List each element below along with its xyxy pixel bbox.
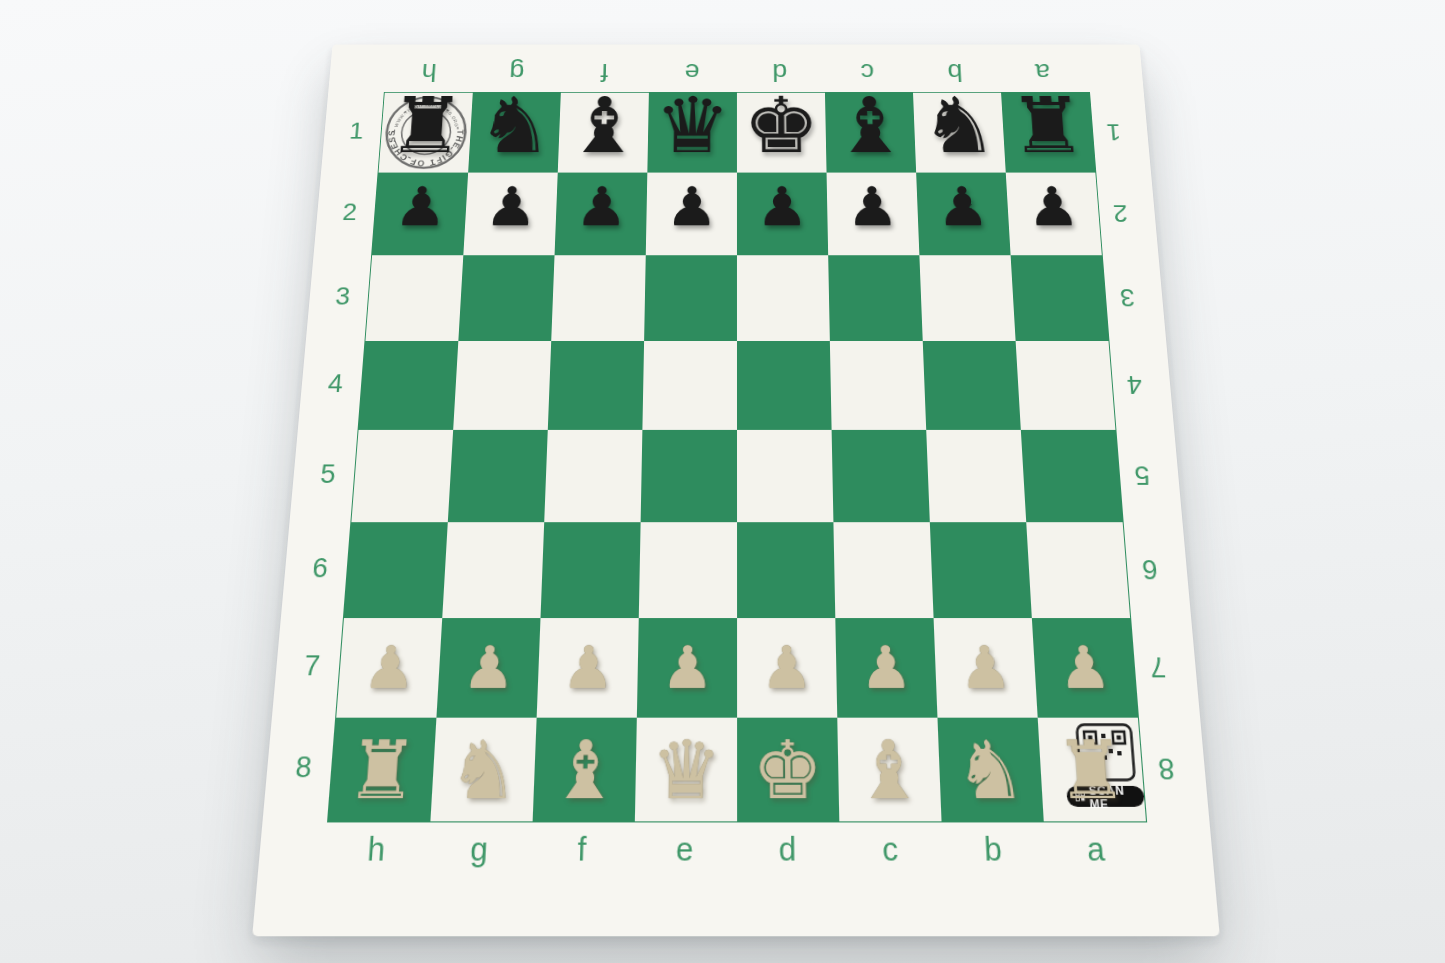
square-c6[interactable] xyxy=(833,522,933,618)
square-c3[interactable] xyxy=(828,255,923,341)
piece-white-pawn[interactable]: ♟ xyxy=(461,638,516,697)
square-e2[interactable]: ♟ xyxy=(646,173,737,256)
rank-label-left-6: 6 xyxy=(293,521,346,617)
file-label-bottom-g: g xyxy=(426,827,531,872)
file-label-bottom-d: d xyxy=(736,827,839,872)
piece-black-pawn[interactable]: ♟ xyxy=(393,180,449,234)
square-f5[interactable] xyxy=(544,430,642,522)
rank-label-right-6: 6 xyxy=(1124,521,1177,617)
square-c8[interactable]: ♝ xyxy=(837,718,941,822)
piece-white-queen[interactable]: ♛ xyxy=(650,729,721,810)
rank-label-right-3: 3 xyxy=(1103,254,1153,340)
square-g1[interactable]: ♞ xyxy=(468,93,561,173)
file-label-bottom-a: a xyxy=(1043,827,1149,872)
square-c2[interactable]: ♟ xyxy=(827,173,920,256)
square-g8[interactable]: ♞ xyxy=(430,718,536,822)
square-b7[interactable]: ♟ xyxy=(934,618,1038,718)
file-label-bottom-b: b xyxy=(941,827,1046,872)
square-h4[interactable] xyxy=(359,341,459,430)
chess-mat: ♜♞♝♛♚♝♞♜♟♟♟♟♟♟♟♟♟♟♟♟♟♟♟♟♜♞♝♛♚♝♞♜ THE GIF… xyxy=(252,45,1220,937)
piece-black-knight[interactable]: ♞ xyxy=(474,87,555,164)
piece-white-pawn[interactable]: ♟ xyxy=(661,638,714,697)
square-f3[interactable] xyxy=(551,255,646,341)
square-h1[interactable]: ♜ xyxy=(379,93,473,173)
square-d3[interactable] xyxy=(737,255,830,341)
square-c4[interactable] xyxy=(830,341,926,430)
rank-label-right-5: 5 xyxy=(1116,429,1168,521)
square-e8[interactable]: ♛ xyxy=(635,718,737,822)
piece-black-rook[interactable]: ♜ xyxy=(385,87,467,164)
square-g3[interactable] xyxy=(458,255,554,341)
piece-white-pawn[interactable]: ♟ xyxy=(958,638,1013,697)
square-h3[interactable] xyxy=(365,255,463,341)
piece-black-rook[interactable]: ♜ xyxy=(1007,87,1089,164)
square-b5[interactable] xyxy=(926,430,1026,522)
rank-label-right-1: 1 xyxy=(1090,92,1138,172)
square-d1[interactable]: ♚ xyxy=(737,93,827,173)
rank-label-right-4: 4 xyxy=(1109,340,1160,429)
square-c5[interactable] xyxy=(832,430,930,522)
rank-label-left-8: 8 xyxy=(276,717,331,821)
file-label-bottom-e: e xyxy=(633,827,736,872)
board-field: ♜♞♝♛♚♝♞♜♟♟♟♟♟♟♟♟♟♟♟♟♟♟♟♟♜♞♝♛♚♝♞♜ THE GIF… xyxy=(327,92,1147,823)
square-e7[interactable]: ♟ xyxy=(637,618,737,718)
square-f1[interactable]: ♝ xyxy=(558,93,649,173)
square-g5[interactable] xyxy=(448,430,548,522)
square-e1[interactable]: ♛ xyxy=(647,93,737,173)
rank-label-right-2: 2 xyxy=(1096,172,1145,255)
square-b2[interactable]: ♟ xyxy=(916,173,1010,256)
file-label-bottom-c: c xyxy=(838,827,942,872)
piece-white-pawn[interactable]: ♟ xyxy=(1056,638,1112,697)
piece-white-pawn[interactable]: ♟ xyxy=(561,638,615,697)
square-a5[interactable] xyxy=(1021,430,1123,522)
piece-white-pawn[interactable]: ♟ xyxy=(859,638,913,697)
square-b4[interactable] xyxy=(923,341,1021,430)
piece-black-king[interactable]: ♚ xyxy=(743,87,821,164)
board-scene: ♜♞♝♛♚♝♞♜♟♟♟♟♟♟♟♟♟♟♟♟♟♟♟♟♜♞♝♛♚♝♞♜ THE GIF… xyxy=(252,45,1220,937)
square-a4[interactable] xyxy=(1016,341,1116,430)
piece-white-bishop[interactable]: ♝ xyxy=(853,729,926,810)
square-e3[interactable] xyxy=(644,255,737,341)
square-g6[interactable] xyxy=(442,522,544,618)
file-label-bottom-h: h xyxy=(323,827,429,872)
square-d2[interactable]: ♟ xyxy=(737,173,828,256)
square-f4[interactable] xyxy=(548,341,644,430)
file-label-bottom-f: f xyxy=(530,827,634,872)
square-f8[interactable]: ♝ xyxy=(533,718,637,822)
piece-black-bishop[interactable]: ♝ xyxy=(831,87,910,164)
piece-white-knight[interactable]: ♞ xyxy=(953,729,1028,810)
rank-label-left-1: 1 xyxy=(332,92,380,172)
square-e5[interactable] xyxy=(641,430,737,522)
square-d7[interactable]: ♟ xyxy=(737,618,837,718)
square-f2[interactable]: ♟ xyxy=(555,173,648,256)
square-e6[interactable] xyxy=(639,522,737,618)
piece-white-rook[interactable]: ♜ xyxy=(1053,729,1129,810)
square-d5[interactable] xyxy=(737,430,833,522)
rank-label-left-3: 3 xyxy=(318,254,368,340)
square-b3[interactable] xyxy=(919,255,1015,341)
square-a6[interactable] xyxy=(1026,522,1130,618)
square-g2[interactable]: ♟ xyxy=(463,173,557,256)
piece-black-pawn[interactable]: ♟ xyxy=(845,180,899,234)
square-h2[interactable]: ♟ xyxy=(372,173,468,256)
square-h5[interactable] xyxy=(351,430,453,522)
square-a2[interactable]: ♟ xyxy=(1006,173,1102,256)
piece-white-king[interactable]: ♚ xyxy=(752,729,823,810)
studio-background: ♜♞♝♛♚♝♞♜♟♟♟♟♟♟♟♟♟♟♟♟♟♟♟♟♜♞♝♛♚♝♞♜ THE GIF… xyxy=(0,0,1445,963)
square-b6[interactable] xyxy=(930,522,1032,618)
piece-white-knight[interactable]: ♞ xyxy=(446,729,521,810)
square-a3[interactable] xyxy=(1011,255,1109,341)
rank-label-left-5: 5 xyxy=(302,429,354,521)
square-g7[interactable]: ♟ xyxy=(436,618,540,718)
piece-black-knight[interactable]: ♞ xyxy=(919,87,1000,164)
square-b8[interactable]: ♞ xyxy=(937,718,1043,822)
square-d8[interactable]: ♚ xyxy=(737,718,839,822)
square-f6[interactable] xyxy=(540,522,640,618)
square-d4[interactable] xyxy=(737,341,832,430)
piece-black-bishop[interactable]: ♝ xyxy=(564,87,643,164)
piece-white-bishop[interactable]: ♝ xyxy=(548,729,621,810)
rank-label-left-2: 2 xyxy=(325,172,374,255)
square-e4[interactable] xyxy=(642,341,737,430)
rank-label-right-7: 7 xyxy=(1131,617,1185,717)
rank-label-right-8: 8 xyxy=(1139,717,1194,821)
square-h6[interactable] xyxy=(344,522,448,618)
piece-white-pawn[interactable]: ♟ xyxy=(760,638,813,697)
piece-black-pawn[interactable]: ♟ xyxy=(665,180,718,234)
rank-label-left-4: 4 xyxy=(310,340,361,429)
piece-black-queen[interactable]: ♛ xyxy=(653,87,731,164)
piece-black-pawn[interactable]: ♟ xyxy=(756,180,809,234)
square-g4[interactable] xyxy=(453,341,551,430)
piece-black-pawn[interactable]: ♟ xyxy=(935,180,990,234)
piece-black-pawn[interactable]: ♟ xyxy=(483,180,538,234)
piece-white-rook[interactable]: ♜ xyxy=(344,729,420,810)
square-b1[interactable]: ♞ xyxy=(913,93,1006,173)
piece-black-pawn[interactable]: ♟ xyxy=(574,180,628,234)
rank-label-left-7: 7 xyxy=(285,617,339,717)
square-h8[interactable]: ♜ xyxy=(328,718,436,822)
square-a1[interactable]: ♜ xyxy=(1001,93,1095,173)
piece-black-pawn[interactable]: ♟ xyxy=(1025,180,1081,234)
square-d6[interactable] xyxy=(737,522,835,618)
square-f7[interactable]: ♟ xyxy=(537,618,639,718)
square-c7[interactable]: ♟ xyxy=(835,618,937,718)
square-h7[interactable]: ♟ xyxy=(336,618,442,718)
square-a7[interactable]: ♟ xyxy=(1032,618,1138,718)
square-c1[interactable]: ♝ xyxy=(825,93,916,173)
piece-white-pawn[interactable]: ♟ xyxy=(361,638,417,697)
